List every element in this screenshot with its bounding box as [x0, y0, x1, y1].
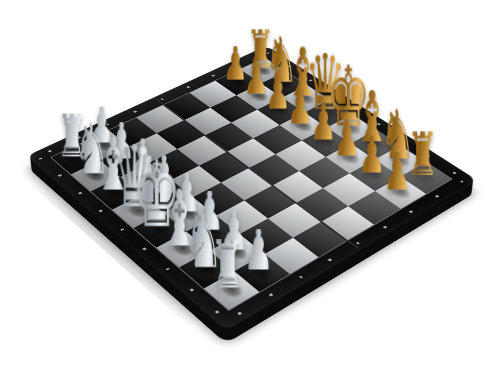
gold-pawn-h7: ♟: [359, 152, 437, 194]
silver-rook-h1: ♜: [185, 239, 271, 292]
product-photo-scene: ♜♞♝♛♚♝♞♜♟♟♟♟♟♟♟♟♟♟♟♟♟♟♟♟♜♞♝♛♚♝♞♜: [0, 0, 500, 365]
chess-board-3d: ♜♞♝♛♚♝♞♜♟♟♟♟♟♟♟♟♟♟♟♟♟♟♟♟♜♞♝♛♚♝♞♜: [26, 46, 477, 331]
